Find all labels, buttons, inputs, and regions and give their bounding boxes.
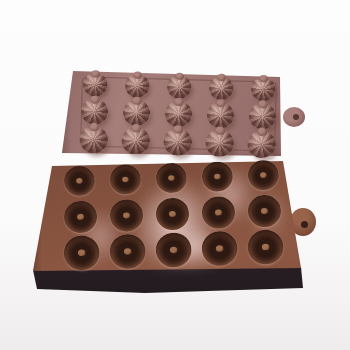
mold-bump: [163, 128, 192, 156]
mold-bump: [206, 102, 234, 129]
bottom-mold-cavity-grid: [55, 156, 288, 271]
mold-bump: [205, 129, 234, 157]
mold-bump: [82, 72, 107, 96]
bottom-mold: [25, 150, 320, 310]
top-mold-hang-tab: [283, 107, 305, 127]
top-mold: [55, 60, 305, 165]
top-mold-hang-hole: [293, 114, 299, 120]
mold-cavity: [247, 160, 279, 191]
mold-cavity: [109, 199, 143, 232]
mold-bump: [208, 76, 233, 100]
top-mold-bump-grid: [72, 70, 284, 159]
mold-cavity: [201, 161, 233, 192]
bottom-mold-hang-hole: [301, 221, 308, 228]
mold-cavity: [155, 197, 189, 230]
mold-bump: [122, 100, 150, 127]
mold-cavity: [247, 195, 281, 228]
mold-cavity: [201, 196, 235, 229]
product-photo: Product photo of two brown silicone choc…: [0, 0, 350, 350]
mold-cavity: [63, 166, 95, 197]
mold-bump: [79, 126, 108, 154]
mold-cavity: [201, 231, 238, 267]
mold-cavity: [155, 163, 187, 194]
mold-cavity: [155, 232, 192, 268]
mold-bump: [248, 103, 276, 130]
mold-bump: [121, 127, 150, 155]
mold-cavity: [109, 234, 146, 270]
mold-cavity: [109, 164, 141, 195]
mold-bump: [124, 74, 149, 98]
mold-bump: [247, 130, 276, 158]
mold-bump: [164, 101, 192, 128]
mold-bump: [166, 75, 191, 99]
mold-bump: [250, 77, 275, 101]
mold-cavity: [63, 235, 100, 271]
mold-cavity: [63, 200, 97, 233]
mold-cavity: [247, 229, 284, 265]
mold-bump: [80, 99, 108, 126]
